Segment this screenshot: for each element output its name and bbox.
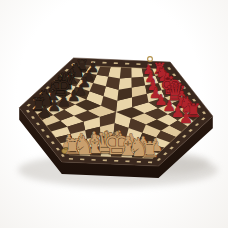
piece-natural-rook: ♜ (63, 134, 82, 159)
product-photo: ♜♟♜♟♞♟♞♟♝♟♝♛♟♚♟♚♟♛♝♟♟♞♝♟♜♟♟♞♟♟♜♟♟♟♟♟♟♟♟♟… (0, 0, 228, 228)
three-player-chess-board: ♜♟♜♟♞♟♞♟♝♟♝♛♟♚♟♚♟♛♝♟♟♞♝♟♜♟♟♞♟♟♜♟♟♟♟♟♟♟♟♟… (0, 0, 228, 228)
piece-dark-pawn: ♟ (38, 103, 52, 121)
board-cell (120, 67, 132, 78)
piece-natural-rook: ♜ (140, 137, 159, 162)
piece-red-pawn: ♟ (179, 108, 193, 127)
